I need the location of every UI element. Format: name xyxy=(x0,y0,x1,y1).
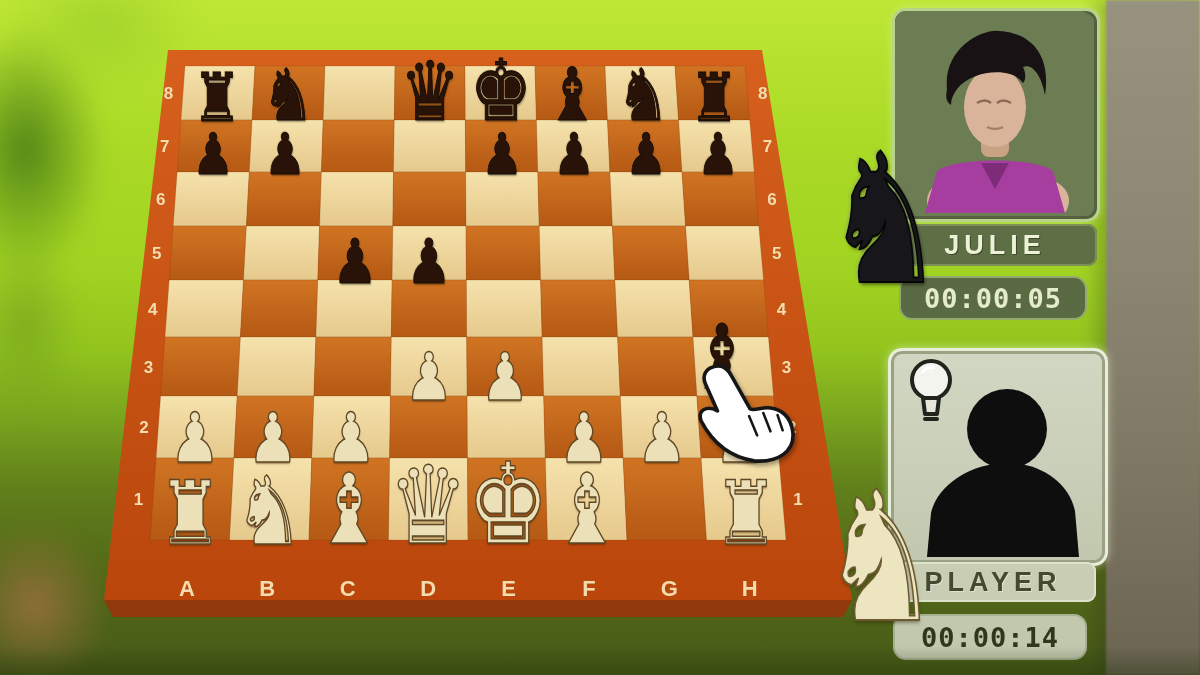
piece-white-king-e1[interactable]: ♚ xyxy=(467,448,549,560)
square-a4[interactable] xyxy=(165,280,244,337)
square-c7[interactable] xyxy=(321,120,394,172)
piece-black-pawn-f7[interactable]: ♟ xyxy=(553,126,595,183)
file-label-H: H xyxy=(742,576,758,601)
square-f4[interactable] xyxy=(541,280,618,337)
rank-label-right-7: 7 xyxy=(763,137,772,156)
file-label-B: B xyxy=(259,576,275,601)
hint-lightbulb-icon xyxy=(903,356,959,432)
game-screen: 8877665544332211ABCDEFGH ♜♞♛♚♝♞♜♟♟♟♟♟♟♟♟… xyxy=(0,0,1200,675)
file-label-F: F xyxy=(582,576,595,601)
rank-label-left-5: 5 xyxy=(152,244,161,263)
file-label-A: A xyxy=(179,576,195,601)
file-label-E: E xyxy=(501,576,516,601)
piece-white-rook-h1[interactable]: ♜ xyxy=(714,470,779,558)
player-name-text: PLAYER xyxy=(924,567,1061,598)
square-g5[interactable] xyxy=(612,226,689,280)
rank-label-right-5: 5 xyxy=(772,244,781,263)
piece-black-pawn-e7[interactable]: ♟ xyxy=(481,126,523,183)
rank-label-left-1: 1 xyxy=(134,490,143,509)
square-c3[interactable] xyxy=(314,337,391,396)
piece-white-bishop-c1[interactable]: ♝ xyxy=(313,462,384,559)
board-front-edge xyxy=(104,600,852,617)
piece-black-pawn-a7[interactable]: ♟ xyxy=(192,126,234,183)
square-b5[interactable] xyxy=(244,226,320,280)
piece-black-pawn-b7[interactable]: ♟ xyxy=(264,126,306,183)
rank-label-left-7: 7 xyxy=(160,137,169,156)
file-label-D: D xyxy=(420,576,436,601)
square-b3[interactable] xyxy=(237,337,316,396)
piece-black-king-e8[interactable]: ♚ xyxy=(470,48,533,133)
square-a3[interactable] xyxy=(161,337,241,396)
piece-white-pawn-e3[interactable]: ♟ xyxy=(481,344,530,411)
square-g4[interactable] xyxy=(615,280,693,337)
rank-label-left-8: 8 xyxy=(164,84,173,103)
square-d6[interactable] xyxy=(393,172,466,226)
square-b4[interactable] xyxy=(240,280,317,337)
rank-label-left-6: 6 xyxy=(156,190,165,209)
file-label-C: C xyxy=(340,576,356,601)
square-h5[interactable] xyxy=(686,226,764,280)
piece-white-rook-a1[interactable]: ♜ xyxy=(157,470,222,558)
piece-white-queen-d1[interactable]: ♛ xyxy=(389,452,468,560)
piece-white-pawn-g2[interactable]: ♟ xyxy=(637,404,688,473)
square-c6[interactable] xyxy=(320,172,394,226)
rank-label-right-6: 6 xyxy=(767,190,776,209)
square-f3[interactable] xyxy=(542,337,620,396)
piece-white-bishop-f1[interactable]: ♝ xyxy=(552,462,623,559)
file-label-G: G xyxy=(661,576,678,601)
player-color-white-knight-icon: ♞ xyxy=(820,468,941,648)
player-clock-text: 00:00:14 xyxy=(921,622,1059,653)
square-a5[interactable] xyxy=(169,226,246,280)
rank-label-right-4: 4 xyxy=(777,300,787,319)
rank-label-left-2: 2 xyxy=(139,418,148,437)
piece-black-queen-d8[interactable]: ♛ xyxy=(400,51,460,133)
square-g3[interactable] xyxy=(618,337,697,396)
piece-black-pawn-h7[interactable]: ♟ xyxy=(697,126,739,183)
square-c8[interactable] xyxy=(323,66,395,120)
piece-white-knight-b1[interactable]: ♞ xyxy=(234,464,304,559)
piece-white-pawn-a2[interactable]: ♟ xyxy=(170,404,221,473)
rank-label-right-8: 8 xyxy=(758,84,767,103)
square-e4[interactable] xyxy=(466,280,542,337)
piece-black-pawn-d5[interactable]: ♟ xyxy=(407,231,452,293)
square-f5[interactable] xyxy=(539,226,615,280)
julie-name-text: JULIE xyxy=(944,230,1046,261)
julie-color-black-knight-icon: ♞ xyxy=(824,130,945,310)
hand-cursor xyxy=(690,362,802,464)
rank-label-left-3: 3 xyxy=(144,358,153,377)
rank-label-right-1: 1 xyxy=(793,490,802,509)
square-e5[interactable] xyxy=(466,226,541,280)
piece-black-pawn-g7[interactable]: ♟ xyxy=(625,126,667,183)
rank-label-left-4: 4 xyxy=(148,300,158,319)
piece-black-pawn-c5[interactable]: ♟ xyxy=(332,231,377,293)
piece-white-pawn-d3[interactable]: ♟ xyxy=(404,344,453,411)
